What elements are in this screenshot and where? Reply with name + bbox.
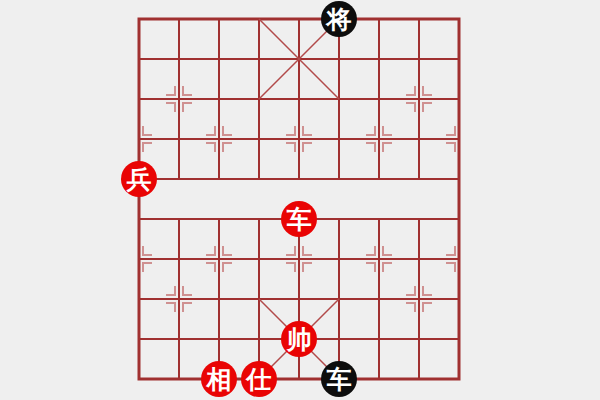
cell-0-5[interactable]: [119, 199, 159, 239]
cell-5-4[interactable]: [319, 159, 359, 199]
cell-6-2[interactable]: [359, 79, 399, 119]
cell-2-4[interactable]: [199, 159, 239, 199]
cell-5-7[interactable]: [319, 279, 359, 319]
cell-5-2[interactable]: [319, 79, 359, 119]
cell-4-7[interactable]: [279, 279, 319, 319]
cell-7-0[interactable]: [399, 0, 439, 39]
cell-0-8[interactable]: [119, 319, 159, 359]
cell-1-5[interactable]: [159, 199, 199, 239]
cell-2-1[interactable]: [199, 39, 239, 79]
cell-3-1[interactable]: [239, 39, 279, 79]
cell-8-0[interactable]: [439, 0, 479, 39]
cell-6-8[interactable]: [359, 319, 399, 359]
cell-6-1[interactable]: [359, 39, 399, 79]
cell-1-3[interactable]: [159, 119, 199, 159]
cell-0-2[interactable]: [119, 79, 159, 119]
cell-8-8[interactable]: [439, 319, 479, 359]
cell-7-9[interactable]: [399, 359, 439, 399]
red-general[interactable]: 帅: [281, 321, 317, 357]
cell-8-6[interactable]: [439, 239, 479, 279]
cell-6-7[interactable]: [359, 279, 399, 319]
cell-5-6[interactable]: [319, 239, 359, 279]
red-advisor[interactable]: 仕: [241, 361, 277, 397]
cell-8-9[interactable]: [439, 359, 479, 399]
cell-8-3[interactable]: [439, 119, 479, 159]
cell-7-3[interactable]: [399, 119, 439, 159]
cell-3-8[interactable]: [239, 319, 279, 359]
black-general[interactable]: 将: [321, 1, 357, 37]
cell-0-7[interactable]: [119, 279, 159, 319]
cell-5-8[interactable]: [319, 319, 359, 359]
cell-8-1[interactable]: [439, 39, 479, 79]
cell-7-7[interactable]: [399, 279, 439, 319]
cell-2-6[interactable]: [199, 239, 239, 279]
black-chariot[interactable]: 车: [321, 361, 357, 397]
cell-4-2[interactable]: [279, 79, 319, 119]
cell-2-7[interactable]: [199, 279, 239, 319]
cell-2-5[interactable]: [199, 199, 239, 239]
cell-8-5[interactable]: [439, 199, 479, 239]
cell-4-0[interactable]: [279, 0, 319, 39]
red-chariot[interactable]: 车: [281, 201, 317, 237]
cell-4-6[interactable]: [279, 239, 319, 279]
cell-8-2[interactable]: [439, 79, 479, 119]
cell-3-2[interactable]: [239, 79, 279, 119]
cell-7-2[interactable]: [399, 79, 439, 119]
cell-1-9[interactable]: [159, 359, 199, 399]
cell-1-6[interactable]: [159, 239, 199, 279]
cell-3-3[interactable]: [239, 119, 279, 159]
cell-5-1[interactable]: [319, 39, 359, 79]
cell-2-3[interactable]: [199, 119, 239, 159]
cell-3-0[interactable]: [239, 0, 279, 39]
cell-4-4[interactable]: [279, 159, 319, 199]
cell-0-0[interactable]: [119, 0, 159, 39]
cell-7-4[interactable]: [399, 159, 439, 199]
cell-6-4[interactable]: [359, 159, 399, 199]
cell-8-7[interactable]: [439, 279, 479, 319]
cell-1-8[interactable]: [159, 319, 199, 359]
cell-0-3[interactable]: [119, 119, 159, 159]
cell-6-9[interactable]: [359, 359, 399, 399]
cell-0-9[interactable]: [119, 359, 159, 399]
cell-4-9[interactable]: [279, 359, 319, 399]
cell-3-6[interactable]: [239, 239, 279, 279]
cell-7-5[interactable]: [399, 199, 439, 239]
cell-1-2[interactable]: [159, 79, 199, 119]
cell-8-4[interactable]: [439, 159, 479, 199]
cell-2-2[interactable]: [199, 79, 239, 119]
cell-3-7[interactable]: [239, 279, 279, 319]
board-intersections: 将兵车帅相仕车: [119, 0, 479, 399]
cell-5-3[interactable]: [319, 119, 359, 159]
xiangqi-board: 将兵车帅相仕车: [0, 0, 600, 400]
cell-0-6[interactable]: [119, 239, 159, 279]
cell-3-5[interactable]: [239, 199, 279, 239]
cell-1-4[interactable]: [159, 159, 199, 199]
cell-6-6[interactable]: [359, 239, 399, 279]
red-pawn[interactable]: 兵: [121, 161, 157, 197]
cell-2-8[interactable]: [199, 319, 239, 359]
cell-4-1[interactable]: [279, 39, 319, 79]
cell-7-6[interactable]: [399, 239, 439, 279]
cell-0-1[interactable]: [119, 39, 159, 79]
cell-7-8[interactable]: [399, 319, 439, 359]
cell-6-0[interactable]: [359, 0, 399, 39]
cell-2-0[interactable]: [199, 0, 239, 39]
cell-4-3[interactable]: [279, 119, 319, 159]
cell-5-5[interactable]: [319, 199, 359, 239]
red-elephant[interactable]: 相: [201, 361, 237, 397]
cell-6-3[interactable]: [359, 119, 399, 159]
cell-1-0[interactable]: [159, 0, 199, 39]
cell-6-5[interactable]: [359, 199, 399, 239]
cell-7-1[interactable]: [399, 39, 439, 79]
cell-3-4[interactable]: [239, 159, 279, 199]
cell-1-1[interactable]: [159, 39, 199, 79]
cell-1-7[interactable]: [159, 279, 199, 319]
